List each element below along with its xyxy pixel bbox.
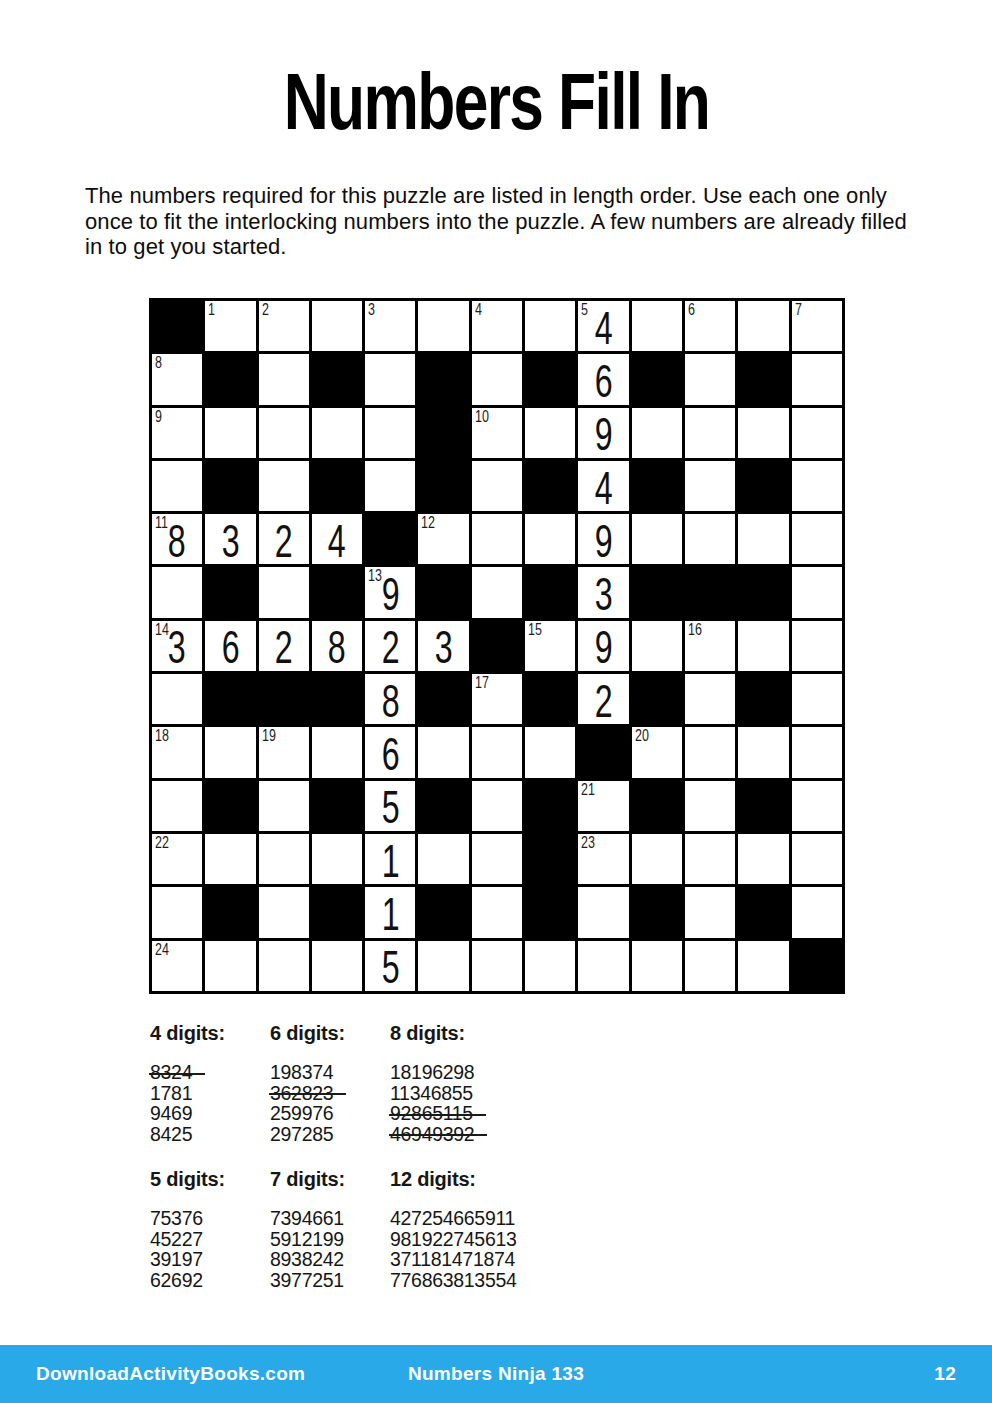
clue-number: 3	[368, 301, 375, 318]
grid-cell[interactable]: 4	[472, 301, 522, 351]
grid-cell[interactable]: 24	[152, 941, 202, 991]
grid-cell[interactable]: 54	[578, 301, 628, 351]
prefilled-digit: 3	[435, 620, 453, 675]
grid-cell[interactable]: 19	[259, 727, 309, 777]
grid-cell[interactable]	[685, 834, 735, 884]
prefilled-digit: 3	[595, 567, 613, 622]
grid-cell[interactable]	[365, 354, 415, 404]
list-value: 92865115	[390, 1103, 610, 1124]
grid-cell[interactable]	[152, 461, 202, 511]
grid-cell[interactable]	[792, 674, 842, 724]
list-group-12-digits: 12 digits:427254665911981922745613371181…	[390, 1168, 610, 1290]
list-value-text: 297285	[270, 1123, 333, 1145]
grid-cell[interactable]	[418, 301, 468, 351]
list-value-text: 8938242	[270, 1248, 344, 1270]
grid-cell[interactable]	[365, 408, 415, 458]
prefilled-digit: 5	[381, 780, 399, 835]
blocked-cell	[525, 887, 575, 937]
grid-cell[interactable]	[205, 941, 255, 991]
blocked-cell	[418, 781, 468, 831]
prefilled-digit: 9	[381, 567, 399, 622]
grid-cell[interactable]	[685, 408, 735, 458]
grid-cell[interactable]	[525, 408, 575, 458]
grid-cell[interactable]	[418, 727, 468, 777]
grid-cell[interactable]	[205, 727, 255, 777]
grid-cell[interactable]	[152, 567, 202, 617]
grid-cell[interactable]	[205, 834, 255, 884]
blocked-cell	[418, 461, 468, 511]
instructions: The numbers required for this puzzle are…	[85, 183, 925, 260]
grid-cell[interactable]: 5	[365, 781, 415, 831]
grid-cell[interactable]: 1	[365, 887, 415, 937]
prefilled-digit: 9	[595, 407, 613, 462]
clue-number: 14	[155, 621, 169, 638]
prefilled-digit: 6	[381, 726, 399, 781]
grid-cell[interactable]: 23	[578, 834, 628, 884]
list-value-text: 371181471874	[390, 1248, 515, 1270]
grid-cell[interactable]	[472, 354, 522, 404]
puzzle-name: Numbers Ninja 133	[0, 1363, 992, 1385]
blocked-cell	[312, 781, 362, 831]
blocked-cell	[632, 461, 682, 511]
grid-cell[interactable]	[312, 834, 362, 884]
grid-cell[interactable]	[738, 621, 788, 671]
grid-cell[interactable]: 6	[365, 727, 415, 777]
grid-cell[interactable]: 6	[685, 301, 735, 351]
prefilled-digit: 2	[275, 620, 293, 675]
grid-cell[interactable]	[685, 887, 735, 937]
grid-cell[interactable]: 1	[365, 834, 415, 884]
grid-cell[interactable]: 8	[312, 621, 362, 671]
list-value: 8324	[150, 1062, 270, 1083]
list-heading-8-digits: 8 digits:	[390, 1022, 610, 1045]
list-heading-5-digits: 5 digits:	[150, 1168, 270, 1191]
grid-cell[interactable]	[312, 727, 362, 777]
clue-number: 21	[581, 781, 595, 798]
list-value: 5912199	[270, 1229, 390, 1250]
list-group-8-digits: 8 digits:1819629811346855928651154694939…	[390, 1022, 610, 1144]
clue-number: 1	[208, 301, 215, 318]
clue-number: 23	[581, 834, 595, 851]
grid-cell[interactable]: 18	[152, 727, 202, 777]
blocked-cell	[312, 461, 362, 511]
grid-cell[interactable]: 15	[525, 621, 575, 671]
grid-cell[interactable]	[685, 461, 735, 511]
prefilled-digit: 6	[595, 353, 613, 408]
grid-cell[interactable]	[259, 781, 309, 831]
grid-cell[interactable]	[792, 461, 842, 511]
grid-cell[interactable]	[259, 354, 309, 404]
clue-number: 7	[795, 301, 802, 318]
grid-cell[interactable]	[259, 941, 309, 991]
list-value-text: 18196298	[390, 1061, 474, 1083]
grid-cell[interactable]: 8	[152, 354, 202, 404]
list-group-7-digits: 7 digits:7394661591219989382423977251	[270, 1168, 390, 1290]
blocked-cell	[312, 674, 362, 724]
blocked-cell	[792, 941, 842, 991]
grid-cell[interactable]	[578, 941, 628, 991]
grid-cell[interactable]	[312, 941, 362, 991]
grid-cell[interactable]: 10	[472, 408, 522, 458]
blocked-cell	[205, 461, 255, 511]
list-value-text: 8425	[150, 1123, 192, 1145]
grid-cell[interactable]	[792, 887, 842, 937]
prefilled-digit: 2	[275, 513, 293, 568]
grid-cell[interactable]	[418, 941, 468, 991]
grid-cell[interactable]	[472, 567, 522, 617]
grid-cell[interactable]	[472, 887, 522, 937]
grid-cell[interactable]: 21	[578, 781, 628, 831]
clue-number: 18	[155, 727, 169, 744]
grid-cell[interactable]	[259, 461, 309, 511]
list-value: 981922745613	[390, 1229, 610, 1250]
blocked-cell	[578, 727, 628, 777]
prefilled-digit: 5	[381, 940, 399, 995]
page: Numbers Fill In The numbers required for…	[0, 0, 992, 1403]
grid-cell[interactable]	[632, 301, 682, 351]
blocked-cell	[418, 887, 468, 937]
list-value-struck: 362823	[270, 1083, 333, 1104]
grid-cell[interactable]	[259, 887, 309, 937]
clue-number: 17	[475, 674, 489, 691]
grid-cell[interactable]	[738, 408, 788, 458]
grid-cell[interactable]	[525, 514, 575, 564]
grid-cell[interactable]: 9	[578, 621, 628, 671]
blocked-cell	[205, 781, 255, 831]
grid-cell[interactable]	[472, 727, 522, 777]
list-value: 259976	[270, 1103, 390, 1124]
list-value-text: 5912199	[270, 1228, 344, 1250]
clue-number: 12	[421, 514, 435, 531]
grid-cell[interactable]	[738, 301, 788, 351]
prefilled-digit: 9	[595, 620, 613, 675]
blocked-cell	[738, 461, 788, 511]
grid-cell[interactable]	[152, 674, 202, 724]
prefilled-digit: 2	[595, 673, 613, 728]
grid-cell[interactable]	[259, 567, 309, 617]
prefilled-digit: 4	[595, 460, 613, 515]
grid-cell[interactable]	[152, 781, 202, 831]
blocked-cell	[205, 567, 255, 617]
page-title: Numbers Fill In	[283, 58, 709, 145]
list-value: 362823	[270, 1083, 390, 1104]
grid-cell[interactable]: 8	[365, 674, 415, 724]
grid-cell[interactable]	[632, 408, 682, 458]
grid-cell[interactable]	[685, 781, 735, 831]
blocked-cell	[312, 567, 362, 617]
blocked-cell	[525, 674, 575, 724]
list-value-text: 45227	[150, 1228, 203, 1250]
grid-cell[interactable]	[525, 727, 575, 777]
blocked-cell	[738, 567, 788, 617]
grid-cell[interactable]	[792, 408, 842, 458]
grid-cell[interactable]	[312, 301, 362, 351]
prefilled-digit: 4	[595, 300, 613, 355]
grid-cell[interactable]	[312, 408, 362, 458]
grid-cell[interactable]	[792, 781, 842, 831]
list-value-text: 1781	[150, 1082, 192, 1104]
grid-cell[interactable]: 17	[472, 674, 522, 724]
list-value: 198374	[270, 1062, 390, 1083]
blocked-cell	[685, 567, 735, 617]
clue-number: 11	[155, 514, 168, 531]
blocked-cell	[472, 621, 522, 671]
blocked-cell	[632, 354, 682, 404]
list-value-text: 62692	[150, 1269, 203, 1291]
list-value: 8425	[150, 1124, 270, 1145]
list-value-text: 776863813554	[390, 1269, 517, 1291]
list-heading-6-digits: 6 digits:	[270, 1022, 390, 1045]
blocked-cell	[312, 887, 362, 937]
clue-number: 15	[528, 621, 542, 638]
list-value: 427254665911	[390, 1208, 610, 1229]
number-lists: 4 digits:83241781946984256 digits:198374…	[150, 1022, 610, 1290]
grid-cell[interactable]	[472, 834, 522, 884]
list-value-struck: 46949392	[390, 1124, 474, 1145]
grid-cell[interactable]	[632, 941, 682, 991]
list-value: 776863813554	[390, 1270, 610, 1291]
grid-cell[interactable]: 5	[365, 941, 415, 991]
blocked-cell	[632, 567, 682, 617]
blocked-cell	[259, 674, 309, 724]
list-value: 8938242	[270, 1249, 390, 1270]
grid-cell[interactable]: 16	[685, 621, 735, 671]
clue-number: 10	[475, 408, 489, 425]
grid-cell[interactable]	[792, 354, 842, 404]
grid-cell[interactable]: 22	[152, 834, 202, 884]
grid-cell[interactable]	[632, 834, 682, 884]
grid-cell[interactable]	[152, 887, 202, 937]
grid-cell[interactable]: 9	[578, 514, 628, 564]
grid-cell[interactable]	[792, 514, 842, 564]
grid-cell[interactable]: 143	[152, 621, 202, 671]
clue-number: 6	[688, 301, 695, 318]
blocked-cell	[205, 674, 255, 724]
clue-number: 22	[155, 834, 169, 851]
list-group-4-digits: 4 digits:8324178194698425	[150, 1022, 270, 1144]
grid-cell[interactable]	[632, 514, 682, 564]
grid-cell[interactable]	[792, 834, 842, 884]
prefilled-digit: 4	[328, 513, 346, 568]
clue-number: 13	[368, 567, 382, 584]
grid-cell[interactable]	[738, 941, 788, 991]
grid-cell[interactable]	[685, 514, 735, 564]
grid-cell[interactable]: 3	[418, 621, 468, 671]
clue-number: 24	[155, 941, 169, 958]
list-heading-7-digits: 7 digits:	[270, 1168, 390, 1191]
grid-cell[interactable]: 4	[312, 514, 362, 564]
list-value-struck: 8324	[150, 1062, 192, 1083]
list-value: 297285	[270, 1124, 390, 1145]
grid-cell[interactable]	[738, 727, 788, 777]
list-value-text: 198374	[270, 1061, 333, 1083]
prefilled-digit: 2	[381, 620, 399, 675]
grid-cell[interactable]	[792, 727, 842, 777]
grid-cell[interactable]: 12	[418, 514, 468, 564]
list-value: 18196298	[390, 1062, 610, 1083]
grid-cell[interactable]	[472, 941, 522, 991]
list-value: 45227	[150, 1229, 270, 1250]
clue-number: 8	[155, 354, 162, 371]
list-value-text: 39197	[150, 1248, 203, 1270]
list-group-5-digits: 5 digits:75376452273919762692	[150, 1168, 270, 1290]
grid-cell[interactable]	[685, 941, 735, 991]
blocked-cell	[632, 781, 682, 831]
list-value-text: 75376	[150, 1207, 203, 1229]
grid-cell[interactable]	[472, 781, 522, 831]
page-number: 12	[934, 1363, 956, 1385]
blocked-cell	[418, 567, 468, 617]
grid-cell[interactable]: 6	[578, 354, 628, 404]
blocked-cell	[525, 461, 575, 511]
prefilled-digit: 3	[221, 513, 239, 568]
grid-cell[interactable]	[685, 727, 735, 777]
prefilled-digit: 8	[381, 673, 399, 728]
list-value: 371181471874	[390, 1249, 610, 1270]
list-heading-12-digits: 12 digits:	[390, 1168, 610, 1191]
grid-cell[interactable]	[738, 834, 788, 884]
grid-cell[interactable]: 3	[578, 567, 628, 617]
clue-number: 4	[475, 301, 482, 318]
clue-number: 9	[155, 408, 162, 425]
grid-cell[interactable]: 4	[578, 461, 628, 511]
grid-cell[interactable]: 9	[578, 408, 628, 458]
list-value-text: 981922745613	[390, 1228, 517, 1250]
blocked-cell	[152, 301, 202, 351]
list-value-text: 7394661	[270, 1207, 344, 1229]
list-value: 1781	[150, 1083, 270, 1104]
grid-cell[interactable]: 2	[259, 621, 309, 671]
prefilled-digit: 9	[595, 513, 613, 568]
blocked-cell	[738, 354, 788, 404]
list-value-struck: 92865115	[390, 1103, 473, 1124]
blocked-cell	[525, 354, 575, 404]
grid-cell[interactable]: 3	[365, 301, 415, 351]
grid-cell[interactable]	[259, 834, 309, 884]
blocked-cell	[525, 567, 575, 617]
blocked-cell	[365, 514, 415, 564]
list-heading-4-digits: 4 digits:	[150, 1022, 270, 1045]
prefilled-digit: 8	[168, 513, 186, 568]
clue-number: 19	[262, 727, 276, 744]
grid-cell[interactable]	[792, 621, 842, 671]
footer: DownloadActivityBooks.com Numbers Ninja …	[0, 1345, 992, 1403]
blocked-cell	[418, 674, 468, 724]
grid-cell[interactable]	[525, 301, 575, 351]
grid-cell[interactable]: 1	[205, 301, 255, 351]
list-value-text: 11346855	[390, 1082, 473, 1104]
grid-cell[interactable]	[365, 461, 415, 511]
list-value: 75376	[150, 1208, 270, 1229]
clue-number: 16	[688, 621, 702, 638]
prefilled-digit: 1	[381, 833, 399, 888]
blocked-cell	[738, 887, 788, 937]
list-value: 46949392	[390, 1124, 610, 1145]
grid-cell[interactable]: 3	[205, 514, 255, 564]
prefilled-digit: 6	[221, 620, 239, 675]
grid-cell[interactable]	[205, 408, 255, 458]
blocked-cell	[632, 887, 682, 937]
grid-cell[interactable]	[472, 461, 522, 511]
list-group-6-digits: 6 digits:198374362823259976297285	[270, 1022, 390, 1144]
grid-cell[interactable]	[685, 674, 735, 724]
blocked-cell	[525, 834, 575, 884]
grid-cell[interactable]	[578, 887, 628, 937]
clue-number: 5	[581, 301, 588, 318]
blocked-cell	[738, 781, 788, 831]
grid-cell[interactable]	[418, 834, 468, 884]
list-value: 62692	[150, 1270, 270, 1291]
prefilled-digit: 8	[328, 620, 346, 675]
prefilled-digit: 1	[381, 886, 399, 941]
list-value: 9469	[150, 1103, 270, 1124]
grid-cell[interactable]	[685, 354, 735, 404]
grid-cell[interactable]: 20	[632, 727, 682, 777]
list-value-text: 3977251	[270, 1269, 344, 1291]
list-value-text: 259976	[270, 1102, 333, 1124]
blocked-cell	[312, 354, 362, 404]
grid-cell[interactable]: 2	[365, 621, 415, 671]
list-value: 7394661	[270, 1208, 390, 1229]
grid-cell[interactable]: 2	[578, 674, 628, 724]
grid-cell[interactable]: 118	[152, 514, 202, 564]
blocked-cell	[418, 354, 468, 404]
clue-number: 2	[262, 301, 269, 318]
grid-cell[interactable]	[472, 514, 522, 564]
title-wrap: Numbers Fill In	[0, 58, 992, 142]
grid-cell[interactable]: 6	[205, 621, 255, 671]
grid-cell[interactable]	[738, 514, 788, 564]
list-value: 39197	[150, 1249, 270, 1270]
grid-cell[interactable]: 139	[365, 567, 415, 617]
list-value: 3977251	[270, 1270, 390, 1291]
grid-cell[interactable]: 9	[152, 408, 202, 458]
list-value-text: 427254665911	[390, 1207, 515, 1229]
grid-cell[interactable]: 2	[259, 301, 309, 351]
blocked-cell	[525, 781, 575, 831]
grid-cell[interactable]	[259, 408, 309, 458]
blocked-cell	[738, 674, 788, 724]
blocked-cell	[632, 674, 682, 724]
list-value: 11346855	[390, 1083, 610, 1104]
list-value-text: 9469	[150, 1102, 192, 1124]
puzzle-grid: 1234546786910941183241291393143628231591…	[149, 298, 845, 994]
blocked-cell	[418, 408, 468, 458]
blocked-cell	[205, 354, 255, 404]
prefilled-digit: 3	[168, 620, 186, 675]
grid-cell[interactable]	[632, 621, 682, 671]
blocked-cell	[205, 887, 255, 937]
grid-cell[interactable]	[525, 941, 575, 991]
grid-cell[interactable]: 2	[259, 514, 309, 564]
grid-cell[interactable]	[792, 567, 842, 617]
clue-number: 20	[635, 727, 649, 744]
grid-cell[interactable]: 7	[792, 301, 842, 351]
